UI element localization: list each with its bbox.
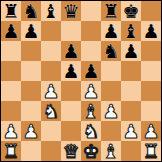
square-e3[interactable]: ♝	[81, 101, 101, 121]
square-f8[interactable]: ♜	[101, 1, 121, 21]
square-f2[interactable]	[101, 121, 121, 141]
white-queen-icon: ♛	[62, 141, 79, 161]
square-c6[interactable]	[41, 41, 61, 61]
square-c4[interactable]: ♟	[41, 81, 61, 101]
white-pawn-icon: ♟	[2, 121, 19, 141]
white-bishop-icon: ♝	[102, 141, 119, 161]
white-rook-icon: ♜	[2, 141, 19, 161]
square-c3[interactable]: ♞	[41, 101, 61, 121]
square-a6[interactable]	[1, 41, 21, 61]
square-d4[interactable]	[61, 81, 81, 101]
black-pawn-icon: ♟	[82, 61, 99, 81]
black-pawn-icon: ♟	[122, 41, 139, 61]
square-b1[interactable]	[21, 141, 41, 161]
square-a7[interactable]: ♟	[1, 21, 21, 41]
black-bishop-icon: ♝	[42, 1, 59, 21]
square-h6[interactable]	[141, 41, 161, 61]
square-g8[interactable]: ♚	[121, 1, 141, 21]
square-f5[interactable]	[101, 61, 121, 81]
square-d2[interactable]	[61, 121, 81, 141]
square-c2[interactable]	[41, 121, 61, 141]
black-rook-icon: ♜	[102, 1, 119, 21]
square-f1[interactable]: ♝	[101, 141, 121, 161]
black-pawn-icon: ♟	[2, 21, 19, 41]
square-b6[interactable]	[21, 41, 41, 61]
square-e1[interactable]: ♚	[81, 141, 101, 161]
square-c7[interactable]	[41, 21, 61, 41]
black-pawn-icon: ♟	[142, 21, 159, 41]
square-b5[interactable]	[21, 61, 41, 81]
square-h4[interactable]	[141, 81, 161, 101]
square-c8[interactable]: ♝	[41, 1, 61, 21]
square-d8[interactable]: ♛	[61, 1, 81, 21]
square-b2[interactable]: ♟	[21, 121, 41, 141]
square-e6[interactable]	[81, 41, 101, 61]
square-h1[interactable]: ♜	[141, 141, 161, 161]
black-pawn-icon: ♟	[22, 21, 39, 41]
square-d7[interactable]	[61, 21, 81, 41]
square-e4[interactable]: ♟	[81, 81, 101, 101]
square-b7[interactable]: ♟	[21, 21, 41, 41]
white-rook-icon: ♜	[142, 141, 159, 161]
square-e2[interactable]: ♞	[81, 121, 101, 141]
white-pawn-icon: ♟	[122, 121, 139, 141]
square-f4[interactable]	[101, 81, 121, 101]
square-g5[interactable]	[121, 61, 141, 81]
black-bishop-icon: ♝	[122, 21, 139, 41]
square-h8[interactable]	[141, 1, 161, 21]
black-knight-icon: ♞	[102, 41, 119, 61]
square-g6[interactable]: ♟	[121, 41, 141, 61]
white-bishop-icon: ♝	[82, 101, 99, 121]
square-h7[interactable]: ♟	[141, 21, 161, 41]
square-e5[interactable]: ♟	[81, 61, 101, 81]
square-f6[interactable]: ♞	[101, 41, 121, 61]
square-g1[interactable]	[121, 141, 141, 161]
white-king-icon: ♚	[82, 141, 99, 161]
square-b4[interactable]	[21, 81, 41, 101]
square-b3[interactable]	[21, 101, 41, 121]
black-pawn-icon: ♟	[102, 21, 119, 41]
square-f7[interactable]: ♟	[101, 21, 121, 41]
square-c1[interactable]	[41, 141, 61, 161]
square-a2[interactable]: ♟	[1, 121, 21, 141]
black-king-icon: ♚	[122, 1, 139, 21]
square-e7[interactable]	[81, 21, 101, 41]
square-c5[interactable]	[41, 61, 61, 81]
black-pawn-icon: ♟	[62, 41, 79, 61]
square-a8[interactable]: ♜	[1, 1, 21, 21]
white-pawn-icon: ♟	[82, 81, 99, 101]
square-b8[interactable]: ♞	[21, 1, 41, 21]
square-g3[interactable]	[121, 101, 141, 121]
black-pawn-icon: ♟	[62, 61, 79, 81]
black-rook-icon: ♜	[2, 1, 19, 21]
white-knight-icon: ♞	[42, 101, 59, 121]
square-a4[interactable]	[1, 81, 21, 101]
square-d5[interactable]: ♟	[61, 61, 81, 81]
square-h5[interactable]	[141, 61, 161, 81]
white-pawn-icon: ♟	[102, 101, 119, 121]
chess-board: ♜♞♝♛♜♚♟♟♟♝♟♟♞♟♟♟♟♟♞♝♟♟♟♞♟♟♜♛♚♝♜	[1, 1, 161, 161]
square-a5[interactable]	[1, 61, 21, 81]
square-f3[interactable]: ♟	[101, 101, 121, 121]
square-g7[interactable]: ♝	[121, 21, 141, 41]
square-h3[interactable]	[141, 101, 161, 121]
white-pawn-icon: ♟	[22, 121, 39, 141]
square-g4[interactable]	[121, 81, 141, 101]
white-pawn-icon: ♟	[42, 81, 59, 101]
white-pawn-icon: ♟	[142, 121, 159, 141]
square-h2[interactable]: ♟	[141, 121, 161, 141]
square-a3[interactable]	[1, 101, 21, 121]
square-d6[interactable]: ♟	[61, 41, 81, 61]
chess-board-frame: ♜♞♝♛♜♚♟♟♟♝♟♟♞♟♟♟♟♟♞♝♟♟♟♞♟♟♜♛♚♝♜	[0, 0, 162, 162]
black-queen-icon: ♛	[62, 1, 79, 21]
square-e8[interactable]	[81, 1, 101, 21]
square-d1[interactable]: ♛	[61, 141, 81, 161]
square-a1[interactable]: ♜	[1, 141, 21, 161]
square-g2[interactable]: ♟	[121, 121, 141, 141]
white-knight-icon: ♞	[82, 121, 99, 141]
square-d3[interactable]	[61, 101, 81, 121]
black-knight-icon: ♞	[22, 1, 39, 21]
